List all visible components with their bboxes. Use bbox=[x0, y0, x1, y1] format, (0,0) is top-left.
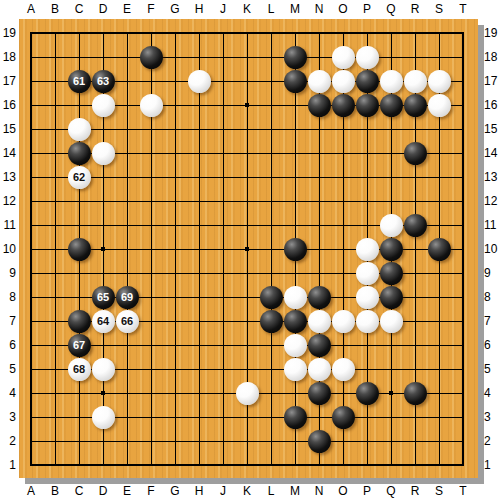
stone-white-D16 bbox=[92, 94, 115, 117]
stone-white-P10 bbox=[356, 238, 379, 261]
coord-label-bottom-F: F bbox=[142, 483, 160, 499]
move-number-label: 67 bbox=[73, 339, 85, 351]
move-number-label: 61 bbox=[73, 75, 85, 87]
stone-white-P9 bbox=[356, 262, 379, 285]
coord-label-right-7: 7 bbox=[484, 313, 500, 329]
coord-label-left-3: 3 bbox=[0, 409, 16, 425]
coord-label-bottom-G: G bbox=[166, 483, 184, 499]
coord-label-right-3: 3 bbox=[484, 409, 500, 425]
coord-label-top-L: L bbox=[262, 1, 280, 17]
coord-label-top-Q: Q bbox=[382, 1, 400, 17]
stone-black-L7 bbox=[260, 310, 283, 333]
coord-label-left-17: 17 bbox=[0, 73, 16, 89]
coord-label-right-13: 13 bbox=[484, 169, 500, 185]
coord-label-right-16: 16 bbox=[484, 97, 500, 113]
coord-label-right-9: 9 bbox=[484, 265, 500, 281]
coord-label-left-7: 7 bbox=[0, 313, 16, 329]
move-number-label: 68 bbox=[73, 363, 85, 375]
stone-white-P8 bbox=[356, 286, 379, 309]
stone-black-P4 bbox=[356, 382, 379, 405]
coord-label-left-10: 10 bbox=[0, 241, 16, 257]
coord-label-right-14: 14 bbox=[484, 145, 500, 161]
coord-label-right-10: 10 bbox=[484, 241, 500, 257]
coord-label-left-8: 8 bbox=[0, 289, 16, 305]
stone-white-N7 bbox=[308, 310, 331, 333]
coord-label-bottom-J: J bbox=[214, 483, 232, 499]
coord-label-top-T: T bbox=[454, 1, 472, 17]
stone-black-C7 bbox=[68, 310, 91, 333]
stone-white-C5: 68 bbox=[68, 358, 91, 381]
move-number-label: 63 bbox=[97, 75, 109, 87]
coord-label-right-17: 17 bbox=[484, 73, 500, 89]
stone-black-R4 bbox=[404, 382, 427, 405]
coord-label-right-5: 5 bbox=[484, 361, 500, 377]
stone-black-L8 bbox=[260, 286, 283, 309]
coord-label-bottom-D: D bbox=[94, 483, 112, 499]
coord-label-right-6: 6 bbox=[484, 337, 500, 353]
stone-white-O5 bbox=[332, 358, 355, 381]
stone-black-F18 bbox=[140, 46, 163, 69]
coord-label-right-8: 8 bbox=[484, 289, 500, 305]
stone-white-C15 bbox=[68, 118, 91, 141]
stone-black-C17: 61 bbox=[68, 70, 91, 93]
stone-black-N16 bbox=[308, 94, 331, 117]
stone-black-P17 bbox=[356, 70, 379, 93]
stone-black-M18 bbox=[284, 46, 307, 69]
coord-label-bottom-C: C bbox=[70, 483, 88, 499]
coord-label-top-R: R bbox=[406, 1, 424, 17]
coord-label-left-11: 11 bbox=[0, 217, 16, 233]
stone-black-M3 bbox=[284, 406, 307, 429]
coord-label-top-O: O bbox=[334, 1, 352, 17]
coord-label-top-K: K bbox=[238, 1, 256, 17]
stone-black-O16 bbox=[332, 94, 355, 117]
coord-label-top-E: E bbox=[118, 1, 136, 17]
coord-label-right-11: 11 bbox=[484, 217, 500, 233]
stone-white-O7 bbox=[332, 310, 355, 333]
stone-black-M7 bbox=[284, 310, 307, 333]
move-number-label: 66 bbox=[121, 315, 133, 327]
stone-black-P16 bbox=[356, 94, 379, 117]
coord-label-bottom-E: E bbox=[118, 483, 136, 499]
stone-black-S10 bbox=[428, 238, 451, 261]
stone-black-D8: 65 bbox=[92, 286, 115, 309]
stone-black-Q9 bbox=[380, 262, 403, 285]
coord-label-top-A: A bbox=[22, 1, 40, 17]
coord-label-right-15: 15 bbox=[484, 121, 500, 137]
stone-black-N4 bbox=[308, 382, 331, 405]
stone-black-E8: 69 bbox=[116, 286, 139, 309]
coord-label-left-4: 4 bbox=[0, 385, 16, 401]
stone-white-D7: 64 bbox=[92, 310, 115, 333]
coord-label-bottom-Q: Q bbox=[382, 483, 400, 499]
move-number-label: 69 bbox=[121, 291, 133, 303]
coord-label-top-M: M bbox=[286, 1, 304, 17]
coord-label-bottom-M: M bbox=[286, 483, 304, 499]
coord-label-left-6: 6 bbox=[0, 337, 16, 353]
coord-label-right-18: 18 bbox=[484, 49, 500, 65]
stone-white-H17 bbox=[188, 70, 211, 93]
coord-label-right-1: 1 bbox=[484, 457, 500, 473]
coord-label-left-12: 12 bbox=[0, 193, 16, 209]
stone-black-N8 bbox=[308, 286, 331, 309]
stone-white-Q11 bbox=[380, 214, 403, 237]
stone-black-M17 bbox=[284, 70, 307, 93]
coord-label-top-H: H bbox=[190, 1, 208, 17]
stone-black-C6: 67 bbox=[68, 334, 91, 357]
stone-black-D17: 63 bbox=[92, 70, 115, 93]
coord-label-right-19: 19 bbox=[484, 25, 500, 41]
coord-label-bottom-T: T bbox=[454, 483, 472, 499]
coord-label-left-9: 9 bbox=[0, 265, 16, 281]
stone-white-E7: 66 bbox=[116, 310, 139, 333]
stone-white-O18 bbox=[332, 46, 355, 69]
coord-label-top-G: G bbox=[166, 1, 184, 17]
stone-black-Q16 bbox=[380, 94, 403, 117]
move-number-label: 64 bbox=[97, 315, 109, 327]
coord-label-bottom-R: R bbox=[406, 483, 424, 499]
coord-label-top-J: J bbox=[214, 1, 232, 17]
coord-label-left-18: 18 bbox=[0, 49, 16, 65]
stone-black-Q8 bbox=[380, 286, 403, 309]
stone-black-O3 bbox=[332, 406, 355, 429]
stone-white-K4 bbox=[236, 382, 259, 405]
stone-black-C10 bbox=[68, 238, 91, 261]
coord-label-top-P: P bbox=[358, 1, 376, 17]
stone-white-M8 bbox=[284, 286, 307, 309]
coord-label-left-19: 19 bbox=[0, 25, 16, 41]
stone-white-D5 bbox=[92, 358, 115, 381]
coord-label-left-16: 16 bbox=[0, 97, 16, 113]
stone-black-C14 bbox=[68, 142, 91, 165]
stone-white-P7 bbox=[356, 310, 379, 333]
stone-white-R17 bbox=[404, 70, 427, 93]
coord-label-bottom-A: A bbox=[22, 483, 40, 499]
stone-white-S17 bbox=[428, 70, 451, 93]
coord-label-right-2: 2 bbox=[484, 433, 500, 449]
coord-label-left-15: 15 bbox=[0, 121, 16, 137]
stone-white-S16 bbox=[428, 94, 451, 117]
stone-white-O17 bbox=[332, 70, 355, 93]
coord-label-bottom-L: L bbox=[262, 483, 280, 499]
coord-label-left-5: 5 bbox=[0, 361, 16, 377]
stone-black-R11 bbox=[404, 214, 427, 237]
coord-label-top-D: D bbox=[94, 1, 112, 17]
coord-label-left-2: 2 bbox=[0, 433, 16, 449]
stone-black-Q10 bbox=[380, 238, 403, 261]
stone-white-M5 bbox=[284, 358, 307, 381]
stone-white-C13: 62 bbox=[68, 166, 91, 189]
stone-white-M6 bbox=[284, 334, 307, 357]
stone-white-N17 bbox=[308, 70, 331, 93]
stone-white-Q7 bbox=[380, 310, 403, 333]
coord-label-bottom-O: O bbox=[334, 483, 352, 499]
coord-label-right-4: 4 bbox=[484, 385, 500, 401]
coord-label-bottom-P: P bbox=[358, 483, 376, 499]
coord-label-left-13: 13 bbox=[0, 169, 16, 185]
stone-white-N5 bbox=[308, 358, 331, 381]
coord-label-left-14: 14 bbox=[0, 145, 16, 161]
coord-label-bottom-N: N bbox=[310, 483, 328, 499]
coord-label-top-S: S bbox=[430, 1, 448, 17]
stone-white-Q17 bbox=[380, 70, 403, 93]
stone-black-M10 bbox=[284, 238, 307, 261]
stone-white-P18 bbox=[356, 46, 379, 69]
coord-label-top-N: N bbox=[310, 1, 328, 17]
move-number-label: 62 bbox=[73, 171, 85, 183]
stone-black-R16 bbox=[404, 94, 427, 117]
coord-label-bottom-H: H bbox=[190, 483, 208, 499]
stone-white-D14 bbox=[92, 142, 115, 165]
coord-label-bottom-B: B bbox=[46, 483, 64, 499]
coord-label-right-12: 12 bbox=[484, 193, 500, 209]
coord-label-left-1: 1 bbox=[0, 457, 16, 473]
go-diagram: AABBCCDDEEFFGGHHJJKKLLMMNNOOPPQQRRSSTT19… bbox=[0, 0, 500, 500]
stone-black-N2 bbox=[308, 430, 331, 453]
stone-black-R14 bbox=[404, 142, 427, 165]
stone-white-F16 bbox=[140, 94, 163, 117]
coord-label-bottom-K: K bbox=[238, 483, 256, 499]
move-number-label: 65 bbox=[97, 291, 109, 303]
coord-label-bottom-S: S bbox=[430, 483, 448, 499]
coord-label-top-C: C bbox=[70, 1, 88, 17]
coord-label-top-B: B bbox=[46, 1, 64, 17]
coord-label-top-F: F bbox=[142, 1, 160, 17]
stone-white-D3 bbox=[92, 406, 115, 429]
stone-black-N6 bbox=[308, 334, 331, 357]
